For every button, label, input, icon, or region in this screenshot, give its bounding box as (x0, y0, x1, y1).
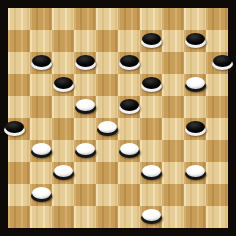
white-man-37[interactable] (54, 165, 73, 180)
light-square (118, 206, 140, 228)
light-square (184, 52, 206, 74)
light-square (206, 206, 228, 228)
black-man-9[interactable] (142, 33, 161, 48)
square-49[interactable] (140, 206, 162, 228)
square-50[interactable] (184, 206, 206, 228)
square-36[interactable] (8, 162, 30, 184)
piece-face (120, 55, 139, 67)
light-square (74, 162, 96, 184)
black-man-10[interactable] (186, 33, 205, 48)
light-square (30, 74, 52, 96)
square-42[interactable] (74, 184, 96, 206)
black-man-23[interactable] (120, 99, 139, 114)
light-square (162, 162, 184, 184)
piece-face (54, 77, 73, 89)
light-square (52, 184, 74, 206)
light-square (184, 140, 206, 162)
black-man-13[interactable] (120, 55, 139, 70)
square-19[interactable] (140, 74, 162, 96)
piece-face (186, 165, 205, 177)
square-22[interactable] (74, 96, 96, 118)
square-1[interactable] (30, 8, 52, 30)
square-39[interactable] (140, 162, 162, 184)
piece-face (54, 165, 73, 177)
piece-face (186, 121, 205, 133)
piece-face (98, 121, 117, 133)
square-16[interactable] (8, 74, 30, 96)
light-square (96, 184, 118, 206)
black-man-15[interactable] (213, 55, 232, 70)
square-27[interactable] (52, 118, 74, 140)
piece-face (76, 143, 95, 155)
light-square (206, 118, 228, 140)
light-square (30, 162, 52, 184)
light-square (52, 96, 74, 118)
piece-face (76, 99, 95, 111)
piece-face (186, 77, 205, 89)
square-30[interactable] (184, 118, 206, 140)
square-4[interactable] (162, 8, 184, 30)
light-square (162, 206, 184, 228)
square-31[interactable] (30, 140, 52, 162)
piece-face (213, 55, 232, 67)
light-square (184, 184, 206, 206)
white-man-31[interactable] (32, 143, 51, 158)
light-square (162, 118, 184, 140)
square-5[interactable] (206, 8, 228, 30)
light-square (74, 206, 96, 228)
light-square (52, 8, 74, 30)
light-square (8, 8, 30, 30)
square-45[interactable] (206, 184, 228, 206)
piece-face (5, 121, 24, 133)
square-8[interactable] (96, 30, 118, 52)
square-15[interactable] (206, 52, 228, 74)
light-square (206, 30, 228, 52)
square-29[interactable] (140, 118, 162, 140)
light-square (140, 8, 162, 30)
light-square (184, 8, 206, 30)
square-23[interactable] (118, 96, 140, 118)
light-square (118, 74, 140, 96)
piece-face (32, 143, 51, 155)
light-square (140, 140, 162, 162)
light-square (74, 74, 96, 96)
square-13[interactable] (118, 52, 140, 74)
square-43[interactable] (118, 184, 140, 206)
light-square (206, 74, 228, 96)
light-square (206, 162, 228, 184)
square-3[interactable] (118, 8, 140, 30)
square-41[interactable] (30, 184, 52, 206)
square-25[interactable] (206, 96, 228, 118)
square-14[interactable] (162, 52, 184, 74)
light-square (8, 184, 30, 206)
white-man-20[interactable] (186, 77, 205, 92)
square-12[interactable] (74, 52, 96, 74)
light-square (96, 8, 118, 30)
light-square (118, 118, 140, 140)
square-26[interactable] (8, 118, 30, 140)
black-man-12[interactable] (76, 55, 95, 70)
light-square (96, 96, 118, 118)
light-square (8, 140, 30, 162)
square-34[interactable] (162, 140, 184, 162)
light-square (140, 184, 162, 206)
piece-face (142, 165, 161, 177)
square-7[interactable] (52, 30, 74, 52)
light-square (30, 30, 52, 52)
square-6[interactable] (8, 30, 30, 52)
white-man-32[interactable] (76, 143, 95, 158)
black-man-26[interactable] (5, 121, 24, 136)
light-square (74, 118, 96, 140)
square-11[interactable] (30, 52, 52, 74)
square-48[interactable] (96, 206, 118, 228)
square-17[interactable] (52, 74, 74, 96)
piece-face (76, 55, 95, 67)
light-square (140, 52, 162, 74)
square-9[interactable] (140, 30, 162, 52)
square-38[interactable] (96, 162, 118, 184)
square-18[interactable] (96, 74, 118, 96)
light-square (30, 206, 52, 228)
square-32[interactable] (74, 140, 96, 162)
piece-face (32, 187, 51, 199)
piece-face (120, 99, 139, 111)
piece-face (142, 77, 161, 89)
board-frame (0, 0, 236, 236)
light-square (140, 96, 162, 118)
white-man-28[interactable] (98, 121, 117, 136)
square-46[interactable] (8, 206, 30, 228)
light-square (52, 140, 74, 162)
light-square (96, 52, 118, 74)
black-man-17[interactable] (54, 77, 73, 92)
white-man-22[interactable] (76, 99, 95, 114)
square-47[interactable] (52, 206, 74, 228)
piece-face (32, 55, 51, 67)
white-man-39[interactable] (142, 165, 161, 180)
light-square (162, 74, 184, 96)
piece-face (142, 33, 161, 45)
light-square (8, 96, 30, 118)
light-square (96, 140, 118, 162)
white-man-40[interactable] (186, 165, 205, 180)
piece-face (142, 209, 161, 221)
light-square (118, 30, 140, 52)
light-square (74, 30, 96, 52)
draughts-board (8, 8, 228, 228)
square-40[interactable] (184, 162, 206, 184)
square-28[interactable] (96, 118, 118, 140)
light-square (184, 96, 206, 118)
square-20[interactable] (184, 74, 206, 96)
light-square (162, 30, 184, 52)
light-square (8, 52, 30, 74)
square-35[interactable] (206, 140, 228, 162)
white-man-41[interactable] (32, 187, 51, 202)
light-square (118, 162, 140, 184)
black-man-30[interactable] (186, 121, 205, 136)
piece-face (186, 33, 205, 45)
black-man-19[interactable] (142, 77, 161, 92)
square-37[interactable] (52, 162, 74, 184)
light-square (52, 52, 74, 74)
piece-face (120, 143, 139, 155)
light-square (30, 118, 52, 140)
square-33[interactable] (118, 140, 140, 162)
square-2[interactable] (74, 8, 96, 30)
white-man-33[interactable] (120, 143, 139, 158)
white-man-49[interactable] (142, 209, 161, 224)
square-24[interactable] (162, 96, 184, 118)
black-man-11[interactable] (32, 55, 51, 70)
square-44[interactable] (162, 184, 184, 206)
square-21[interactable] (30, 96, 52, 118)
square-10[interactable] (184, 30, 206, 52)
